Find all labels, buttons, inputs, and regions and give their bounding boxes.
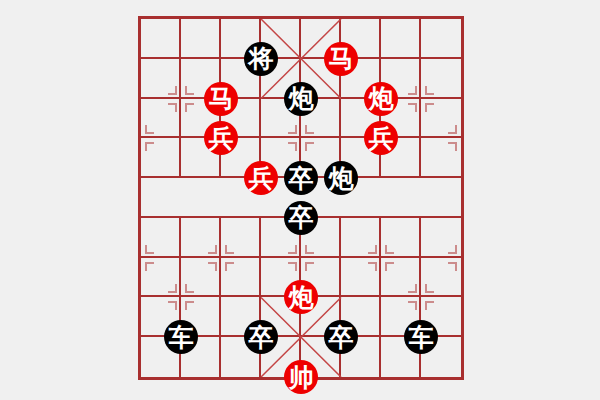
piece-black-soldier[interactable]: 卒 [244, 320, 278, 354]
xiangqi-board: 将马马炮炮兵兵兵卒炮卒炮车卒卒车帅 [138, 16, 464, 380]
marker-corner [145, 125, 154, 134]
piece-red-soldier[interactable]: 兵 [204, 121, 238, 155]
point-marker [208, 245, 234, 271]
marker-corner [168, 86, 177, 95]
point-marker [128, 125, 154, 151]
marker-corner [368, 245, 377, 254]
marker-corner [288, 125, 297, 134]
marker-corner [425, 301, 434, 310]
marker-corner [305, 142, 314, 151]
marker-corner [408, 86, 417, 95]
piece-black-cannon[interactable]: 炮 [324, 161, 358, 195]
marker-corner [208, 245, 217, 254]
marker-corner [288, 262, 297, 271]
marker-corner [425, 103, 434, 112]
piece-red-horse[interactable]: 马 [204, 82, 238, 116]
marker-corner [305, 125, 314, 134]
marker-corner [145, 262, 154, 271]
point-marker [128, 245, 154, 271]
marker-corner [185, 284, 194, 293]
marker-corner [288, 142, 297, 151]
point-marker [168, 86, 194, 112]
marker-corner [168, 103, 177, 112]
point-marker [288, 245, 314, 271]
point-marker [288, 125, 314, 151]
marker-corner [305, 262, 314, 271]
piece-red-soldier[interactable]: 兵 [364, 121, 398, 155]
marker-corner [425, 86, 434, 95]
marker-corner [425, 284, 434, 293]
marker-corner [385, 262, 394, 271]
marker-corner [185, 86, 194, 95]
point-marker [408, 284, 434, 310]
marker-corner [185, 103, 194, 112]
marker-corner [145, 142, 154, 151]
marker-corner [408, 103, 417, 112]
point-marker [408, 86, 434, 112]
marker-corner [305, 245, 314, 254]
marker-corner [408, 301, 417, 310]
piece-black-chariot[interactable]: 车 [404, 320, 438, 354]
marker-corner [448, 262, 457, 271]
point-marker [168, 284, 194, 310]
marker-corner [145, 245, 154, 254]
marker-corner [185, 301, 194, 310]
marker-corner [288, 245, 297, 254]
marker-corner [225, 262, 234, 271]
marker-corner [368, 262, 377, 271]
point-marker [448, 245, 474, 271]
piece-black-cannon[interactable]: 炮 [284, 82, 318, 116]
marker-corner [448, 125, 457, 134]
marker-corner [385, 245, 394, 254]
point-marker [448, 125, 474, 151]
piece-black-soldier[interactable]: 卒 [284, 201, 318, 235]
piece-red-cannon[interactable]: 炮 [364, 82, 398, 116]
point-marker [368, 245, 394, 271]
marker-corner [208, 262, 217, 271]
marker-corner [225, 245, 234, 254]
piece-black-general[interactable]: 将 [244, 42, 278, 76]
piece-red-soldier[interactable]: 兵 [244, 161, 278, 195]
marker-corner [168, 284, 177, 293]
marker-corner [448, 142, 457, 151]
xiangqi-puzzle-diagram: 将马马炮炮兵兵兵卒炮卒炮车卒卒车帅 [0, 0, 600, 400]
piece-black-chariot[interactable]: 车 [164, 320, 198, 354]
piece-red-general[interactable]: 帅 [284, 360, 318, 394]
piece-red-cannon[interactable]: 炮 [284, 280, 318, 314]
marker-corner [408, 284, 417, 293]
marker-corner [448, 245, 457, 254]
piece-red-horse[interactable]: 马 [324, 42, 358, 76]
piece-black-soldier[interactable]: 卒 [284, 161, 318, 195]
piece-black-soldier[interactable]: 卒 [324, 320, 358, 354]
marker-corner [168, 301, 177, 310]
